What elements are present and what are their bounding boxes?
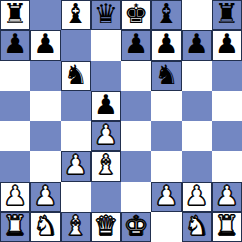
square-e3[interactable] — [121, 151, 151, 181]
piece-black-pawn: ♟ — [185, 30, 209, 59]
square-f4[interactable] — [151, 121, 181, 151]
piece-white-bishop: ♝ — [94, 151, 118, 180]
square-e4[interactable] — [121, 121, 151, 151]
piece-white-pawn: ♟ — [94, 121, 118, 150]
square-a4[interactable] — [0, 121, 30, 151]
square-f3[interactable] — [151, 151, 181, 181]
piece-white-pawn: ♟ — [215, 182, 239, 211]
piece-black-knight: ♞ — [64, 61, 88, 90]
square-b3[interactable] — [30, 151, 60, 181]
square-f1[interactable] — [151, 212, 181, 242]
square-g6[interactable] — [182, 61, 212, 91]
square-f8[interactable]: ♝ — [151, 0, 181, 30]
piece-white-knight: ♞ — [185, 212, 209, 241]
square-b4[interactable] — [30, 121, 60, 151]
piece-black-bishop: ♝ — [154, 0, 178, 29]
square-a1[interactable]: ♜ — [0, 212, 30, 242]
square-f6[interactable]: ♞ — [151, 61, 181, 91]
square-d1[interactable]: ♛ — [91, 212, 121, 242]
square-a3[interactable] — [0, 151, 30, 181]
piece-black-queen: ♛ — [94, 0, 118, 29]
square-h3[interactable] — [212, 151, 242, 181]
piece-white-king: ♚ — [124, 212, 148, 241]
square-e6[interactable] — [121, 61, 151, 91]
square-b8[interactable] — [30, 0, 60, 30]
piece-white-queen: ♛ — [94, 212, 118, 241]
square-g4[interactable] — [182, 121, 212, 151]
square-g1[interactable]: ♞ — [182, 212, 212, 242]
piece-black-rook: ♜ — [3, 0, 27, 29]
square-e2[interactable] — [121, 182, 151, 212]
square-b5[interactable] — [30, 91, 60, 121]
piece-black-pawn: ♟ — [3, 30, 27, 59]
square-g7[interactable]: ♟ — [182, 30, 212, 60]
square-h5[interactable] — [212, 91, 242, 121]
square-e8[interactable]: ♚ — [121, 0, 151, 30]
square-h1[interactable]: ♜ — [212, 212, 242, 242]
square-b7[interactable]: ♟ — [30, 30, 60, 60]
square-a8[interactable]: ♜ — [0, 0, 30, 30]
piece-black-knight: ♞ — [154, 61, 178, 90]
square-a2[interactable]: ♟ — [0, 182, 30, 212]
square-d6[interactable] — [91, 61, 121, 91]
square-f5[interactable] — [151, 91, 181, 121]
square-h2[interactable]: ♟ — [212, 182, 242, 212]
square-d7[interactable] — [91, 30, 121, 60]
square-c8[interactable]: ♝ — [61, 0, 91, 30]
square-f7[interactable]: ♟ — [151, 30, 181, 60]
piece-black-pawn: ♟ — [33, 30, 57, 59]
square-e7[interactable]: ♟ — [121, 30, 151, 60]
chess-board: ♜♝♛♚♝♜♟♟♟♟♟♟♞♞♟♟♟♝♟♟♟♟♟♜♞♝♛♚♞♜ — [0, 0, 242, 242]
piece-white-pawn: ♟ — [154, 182, 178, 211]
piece-black-king: ♚ — [124, 0, 148, 29]
piece-white-bishop: ♝ — [64, 212, 88, 241]
piece-white-pawn: ♟ — [64, 151, 88, 180]
square-d4[interactable]: ♟ — [91, 121, 121, 151]
square-c4[interactable] — [61, 121, 91, 151]
piece-white-pawn: ♟ — [185, 182, 209, 211]
square-d3[interactable]: ♝ — [91, 151, 121, 181]
square-c6[interactable]: ♞ — [61, 61, 91, 91]
square-g5[interactable] — [182, 91, 212, 121]
square-h8[interactable]: ♜ — [212, 0, 242, 30]
square-c7[interactable] — [61, 30, 91, 60]
square-h7[interactable]: ♟ — [212, 30, 242, 60]
square-c3[interactable]: ♟ — [61, 151, 91, 181]
piece-black-pawn: ♟ — [94, 91, 118, 120]
square-b1[interactable]: ♞ — [30, 212, 60, 242]
square-g2[interactable]: ♟ — [182, 182, 212, 212]
square-c1[interactable]: ♝ — [61, 212, 91, 242]
piece-black-rook: ♜ — [215, 0, 239, 29]
square-d2[interactable] — [91, 182, 121, 212]
square-h6[interactable] — [212, 61, 242, 91]
piece-white-knight: ♞ — [33, 212, 57, 241]
piece-black-bishop: ♝ — [64, 0, 88, 29]
piece-white-rook: ♜ — [3, 212, 27, 241]
square-e1[interactable]: ♚ — [121, 212, 151, 242]
piece-white-pawn: ♟ — [3, 182, 27, 211]
piece-black-pawn: ♟ — [124, 30, 148, 59]
square-e5[interactable] — [121, 91, 151, 121]
square-c2[interactable] — [61, 182, 91, 212]
square-d5[interactable]: ♟ — [91, 91, 121, 121]
square-a7[interactable]: ♟ — [0, 30, 30, 60]
square-g3[interactable] — [182, 151, 212, 181]
piece-black-pawn: ♟ — [154, 30, 178, 59]
piece-white-rook: ♜ — [215, 212, 239, 241]
piece-white-pawn: ♟ — [33, 182, 57, 211]
piece-black-pawn: ♟ — [215, 30, 239, 59]
square-a6[interactable] — [0, 61, 30, 91]
square-g8[interactable] — [182, 0, 212, 30]
square-b6[interactable] — [30, 61, 60, 91]
square-f2[interactable]: ♟ — [151, 182, 181, 212]
square-a5[interactable] — [0, 91, 30, 121]
square-h4[interactable] — [212, 121, 242, 151]
square-c5[interactable] — [61, 91, 91, 121]
square-b2[interactable]: ♟ — [30, 182, 60, 212]
square-d8[interactable]: ♛ — [91, 0, 121, 30]
